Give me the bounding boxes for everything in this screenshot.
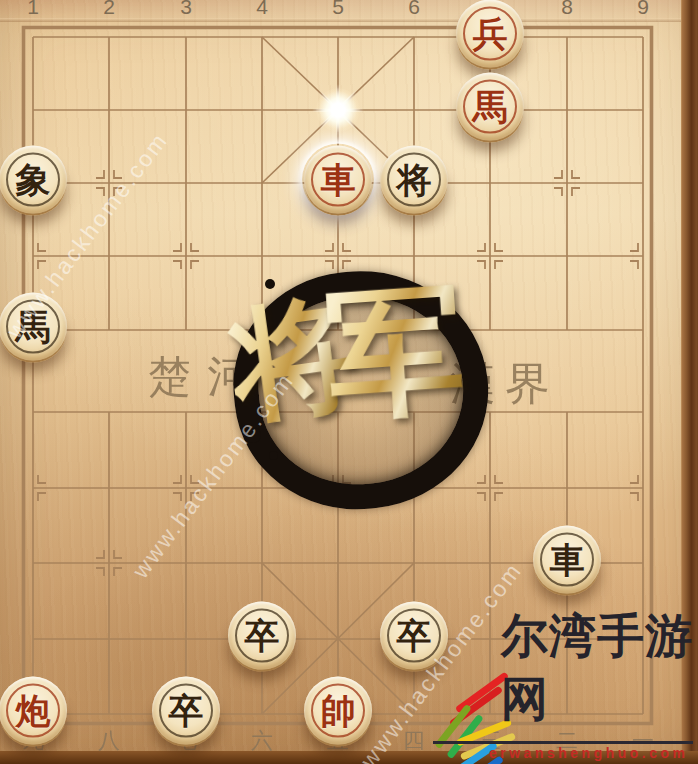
piece-red-chariot-5-3[interactable]: 車 bbox=[304, 146, 372, 214]
piece-black-general-6-3[interactable]: 将 bbox=[380, 146, 448, 214]
piece-red-soldier-7-1[interactable]: 兵 bbox=[456, 0, 524, 68]
site-underline bbox=[433, 741, 693, 744]
piece-red-general-5-10[interactable]: 帥 bbox=[304, 677, 372, 745]
piece-black-soldier-3-10[interactable]: 卒 bbox=[152, 677, 220, 745]
piece-red-horse-7-2[interactable]: 馬 bbox=[456, 73, 524, 141]
site-url-text: erwanshenghuo.com bbox=[489, 745, 689, 761]
site-name-text: 尔湾手游网 bbox=[501, 605, 698, 731]
river-text-chu-he: 楚河 bbox=[148, 348, 266, 406]
piece-black-soldier-4-9[interactable]: 卒 bbox=[228, 602, 296, 670]
piece-red-cannon-1-10[interactable]: 炮 bbox=[0, 677, 67, 745]
piece-black-chariot-8-8[interactable]: 車 bbox=[533, 526, 601, 594]
piece-black-elephant-1-3[interactable]: 象 bbox=[0, 146, 67, 214]
river-text-han-jie: 漢界 bbox=[450, 354, 560, 414]
site-watermark: 尔湾手游网 erwanshenghuo.com bbox=[425, 585, 698, 764]
xiangqi-game-screen: 123456789 九八七六五四三二一 楚河 漢界 兵馬象車将馬車卒卒炮卒帥 将… bbox=[0, 0, 698, 764]
piece-black-horse-1-5[interactable]: 馬 bbox=[0, 293, 67, 361]
